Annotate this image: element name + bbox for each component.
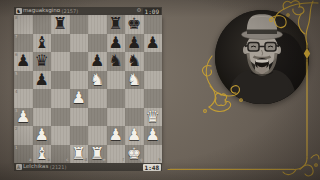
square-b3[interactable] (33, 108, 52, 127)
square-b7[interactable]: ♝ (33, 34, 52, 53)
square-f4[interactable] (107, 89, 126, 108)
square-f1[interactable]: f (107, 145, 126, 164)
gear-icon[interactable]: ⚙ (137, 8, 142, 14)
square-g2[interactable]: ♟ (125, 126, 144, 145)
rank-label-7: 7 (15, 35, 18, 39)
file-label-a: a (29, 158, 31, 162)
square-g1[interactable]: ♚g (125, 145, 144, 164)
file-label-d: d (84, 158, 87, 162)
file-label-f: f (123, 158, 124, 162)
chess-board-panel: ♞ maguaksgino (2157) ⚙ 1:09 8♜♜♚7♝♟♟♟♟6♛… (14, 7, 162, 171)
piece-white-pawn: ♟ (144, 126, 163, 145)
square-a6[interactable]: ♟6 (14, 52, 33, 71)
square-g4[interactable] (125, 89, 144, 108)
square-c8[interactable]: ♜ (51, 15, 70, 34)
square-h7[interactable]: ♟ (144, 34, 163, 53)
square-a5[interactable]: 5 (14, 71, 33, 90)
square-d4[interactable]: ♟ (70, 89, 89, 108)
square-c5[interactable] (51, 71, 70, 90)
rank-label-4: 4 (15, 90, 18, 94)
square-a1[interactable]: 1a (14, 145, 33, 164)
piece-black-pawn: ♟ (107, 34, 126, 53)
square-h1[interactable]: h (144, 145, 163, 164)
streamer-portrait (215, 10, 309, 104)
square-c1[interactable]: c (51, 145, 70, 164)
piece-black-pawn: ♟ (125, 34, 144, 53)
rank-label-8: 8 (15, 16, 18, 20)
square-a8[interactable]: 8 (14, 15, 33, 34)
player-top-flair-icon: ♞ (16, 8, 22, 14)
rank-label-3: 3 (15, 109, 18, 113)
piece-white-queen: ♛ (144, 108, 163, 127)
square-h2[interactable]: ♟ (144, 126, 163, 145)
player-bottom-name[interactable]: Lelchikas (23, 164, 48, 170)
square-f5[interactable] (107, 71, 126, 90)
square-f6[interactable]: ♞ (107, 52, 126, 71)
square-f7[interactable]: ♟ (107, 34, 126, 53)
file-label-h: h (158, 158, 161, 162)
square-e7[interactable] (88, 34, 107, 53)
piece-white-knight: ♞ (88, 71, 107, 90)
square-c2[interactable] (51, 126, 70, 145)
square-e5[interactable]: ♞ (88, 71, 107, 90)
file-label-g: g (140, 158, 143, 162)
square-b2[interactable]: ♟ (33, 126, 52, 145)
square-h4[interactable] (144, 89, 163, 108)
clock-bottom: 1:48 (143, 164, 160, 171)
square-e4[interactable] (88, 89, 107, 108)
file-label-e: e (103, 158, 105, 162)
square-h5[interactable] (144, 71, 163, 90)
square-g7[interactable]: ♟ (125, 34, 144, 53)
chess-board[interactable]: 8♜♜♚7♝♟♟♟♟6♛♟♞♞5♟♞♞4♟♟3♛2♟♟♟♟1a♝bc♜d♜ef♚… (14, 15, 162, 163)
square-a7[interactable]: 7 (14, 34, 33, 53)
stream-frame: ♞ maguaksgino (2157) ⚙ 1:09 8♜♜♚7♝♟♟♟♟6♛… (0, 0, 320, 180)
square-d2[interactable] (70, 126, 89, 145)
rank-label-5: 5 (15, 72, 18, 76)
piece-black-pawn: ♟ (88, 52, 107, 71)
player-top-name[interactable]: maguaksgino (23, 8, 60, 14)
square-a2[interactable]: 2 (14, 126, 33, 145)
square-c3[interactable] (51, 108, 70, 127)
piece-black-queen: ♛ (33, 52, 52, 71)
square-b5[interactable]: ♟ (33, 71, 52, 90)
player-bottom-rating: (2121) (50, 165, 67, 170)
square-a3[interactable]: ♟3 (14, 108, 33, 127)
square-c6[interactable] (51, 52, 70, 71)
piece-black-bishop: ♝ (33, 34, 52, 53)
player-bar-bottom: ♙ Lelchikas (2121) 1:48 (14, 163, 162, 171)
square-h8[interactable] (144, 15, 163, 34)
piece-white-pawn: ♟ (125, 126, 144, 145)
piece-black-knight: ♞ (125, 52, 144, 71)
piece-white-pawn: ♟ (107, 126, 126, 145)
square-d7[interactable] (70, 34, 89, 53)
square-b4[interactable] (33, 89, 52, 108)
square-h6[interactable] (144, 52, 163, 71)
square-g5[interactable]: ♞ (125, 71, 144, 90)
square-b1[interactable]: ♝b (33, 145, 52, 164)
square-f2[interactable]: ♟ (107, 126, 126, 145)
square-d3[interactable] (70, 108, 89, 127)
file-label-b: b (47, 158, 50, 162)
square-g3[interactable] (125, 108, 144, 127)
clock-top: 1:09 (143, 8, 160, 15)
rank-label-1: 1 (15, 146, 18, 150)
square-g8[interactable]: ♚ (125, 15, 144, 34)
piece-white-pawn: ♟ (70, 89, 89, 108)
piece-white-pawn: ♟ (33, 126, 52, 145)
square-a4[interactable]: 4 (14, 89, 33, 108)
player-bottom-flair-icon: ♙ (16, 164, 22, 170)
rank-label-6: 6 (15, 53, 18, 57)
piece-black-king: ♚ (125, 15, 144, 34)
piece-black-rook: ♜ (107, 15, 126, 34)
square-c7[interactable] (51, 34, 70, 53)
square-e8[interactable] (88, 15, 107, 34)
piece-black-pawn: ♟ (33, 71, 52, 90)
rank-label-2: 2 (15, 127, 18, 131)
square-b8[interactable] (33, 15, 52, 34)
square-b6[interactable]: ♛ (33, 52, 52, 71)
square-d6[interactable] (70, 52, 89, 71)
file-label-c: c (66, 158, 68, 162)
square-h3[interactable]: ♛ (144, 108, 163, 127)
square-d8[interactable] (70, 15, 89, 34)
square-d5[interactable] (70, 71, 89, 90)
piece-black-pawn: ♟ (144, 34, 163, 53)
square-g6[interactable]: ♞ (125, 52, 144, 71)
piece-black-knight: ♞ (107, 52, 126, 71)
square-e3[interactable] (88, 108, 107, 127)
square-f8[interactable]: ♜ (107, 15, 126, 34)
webcam-circle (215, 10, 309, 104)
piece-black-rook: ♜ (51, 15, 70, 34)
square-d1[interactable]: ♜d (70, 145, 89, 164)
square-e1[interactable]: ♜e (88, 145, 107, 164)
square-e2[interactable] (88, 126, 107, 145)
player-top-rating: (2157) (62, 9, 79, 14)
square-e6[interactable]: ♟ (88, 52, 107, 71)
piece-white-knight: ♞ (125, 71, 144, 90)
square-c4[interactable] (51, 89, 70, 108)
square-f3[interactable] (107, 108, 126, 127)
